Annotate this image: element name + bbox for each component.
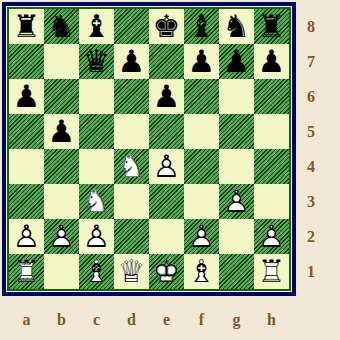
black-king[interactable]: ♚ <box>149 9 184 44</box>
square-e2[interactable] <box>149 219 184 254</box>
square-f5[interactable] <box>184 114 219 149</box>
square-c2[interactable]: ♟♙ <box>79 219 114 254</box>
square-a4[interactable] <box>9 149 44 184</box>
square-d1[interactable]: ♛♕ <box>114 254 149 289</box>
square-g8[interactable]: ♞ <box>219 9 254 44</box>
square-a6[interactable]: ♟ <box>9 79 44 114</box>
white-knight[interactable]: ♞♘ <box>79 184 114 219</box>
black-pawn-glyph: ♟ <box>184 44 219 79</box>
white-knight-outline-glyph: ♘ <box>79 184 114 219</box>
chess-board-grid: ♜♞♝♚♝♞♜♛♟♟♟♟♟♟♟♞♘♟♙♞♘♟♙♟♙♟♙♟♙♟♙♟♙♜♖♝♗♛♕♚… <box>9 9 289 289</box>
white-rook-outline-glyph: ♖ <box>254 254 289 289</box>
square-d8[interactable] <box>114 9 149 44</box>
black-pawn[interactable]: ♟ <box>184 44 219 79</box>
white-pawn-outline-glyph: ♙ <box>149 149 184 184</box>
rank-label-8: 8 <box>297 9 325 44</box>
square-c7[interactable]: ♛ <box>79 44 114 79</box>
board-frame-highlight-line: ♜♞♝♚♝♞♜♛♟♟♟♟♟♟♟♞♘♟♙♞♘♟♙♟♙♟♙♟♙♟♙♟♙♜♖♝♗♛♕♚… <box>6 6 292 292</box>
file-label-c: c <box>79 303 114 337</box>
square-c4[interactable] <box>79 149 114 184</box>
black-pawn[interactable]: ♟ <box>44 114 79 149</box>
square-d7[interactable]: ♟ <box>114 44 149 79</box>
white-pawn[interactable]: ♟♙ <box>149 149 184 184</box>
square-g5[interactable] <box>219 114 254 149</box>
chess-diagram-page: ♜♞♝♚♝♞♜♛♟♟♟♟♟♟♟♞♘♟♙♞♘♟♙♟♙♟♙♟♙♟♙♟♙♜♖♝♗♛♕♚… <box>0 0 340 340</box>
black-rook[interactable]: ♜ <box>254 9 289 44</box>
square-b3[interactable] <box>44 184 79 219</box>
square-a7[interactable] <box>9 44 44 79</box>
white-pawn-outline-glyph: ♙ <box>219 184 254 219</box>
square-a2[interactable]: ♟♙ <box>9 219 44 254</box>
black-pawn[interactable]: ♟ <box>9 79 44 114</box>
square-b8[interactable]: ♞ <box>44 9 79 44</box>
white-pawn-outline-glyph: ♙ <box>79 219 114 254</box>
white-king[interactable]: ♚♔ <box>149 254 184 289</box>
square-f7[interactable]: ♟ <box>184 44 219 79</box>
square-d4[interactable]: ♞♘ <box>114 149 149 184</box>
white-pawn[interactable]: ♟♙ <box>44 219 79 254</box>
square-b6[interactable] <box>44 79 79 114</box>
white-rook[interactable]: ♜♖ <box>254 254 289 289</box>
square-d2[interactable] <box>114 219 149 254</box>
black-knight[interactable]: ♞ <box>219 9 254 44</box>
square-c8[interactable]: ♝ <box>79 9 114 44</box>
square-e1[interactable]: ♚♔ <box>149 254 184 289</box>
rank-label-5: 5 <box>297 114 325 149</box>
white-queen-outline-glyph: ♕ <box>114 254 149 289</box>
white-queen[interactable]: ♛♕ <box>114 254 149 289</box>
rank-label-6: 6 <box>297 79 325 114</box>
black-pawn-glyph: ♟ <box>44 114 79 149</box>
square-h4[interactable] <box>254 149 289 184</box>
square-g2[interactable] <box>219 219 254 254</box>
white-bishop-outline-glyph: ♗ <box>184 254 219 289</box>
white-pawn[interactable]: ♟♙ <box>9 219 44 254</box>
black-queen-glyph: ♛ <box>79 44 114 79</box>
white-knight-outline-glyph: ♘ <box>114 149 149 184</box>
square-b1[interactable] <box>44 254 79 289</box>
black-pawn[interactable]: ♟ <box>114 44 149 79</box>
black-pawn-glyph: ♟ <box>149 79 184 114</box>
black-pawn-glyph: ♟ <box>114 44 149 79</box>
file-label-a: a <box>9 303 44 337</box>
square-h2[interactable]: ♟♙ <box>254 219 289 254</box>
square-a5[interactable] <box>9 114 44 149</box>
square-b5[interactable]: ♟ <box>44 114 79 149</box>
black-knight-glyph: ♞ <box>44 9 79 44</box>
white-bishop[interactable]: ♝♗ <box>184 254 219 289</box>
white-king-outline-glyph: ♔ <box>149 254 184 289</box>
square-a3[interactable] <box>9 184 44 219</box>
square-e4[interactable]: ♟♙ <box>149 149 184 184</box>
square-f4[interactable] <box>184 149 219 184</box>
square-c3[interactable]: ♞♘ <box>79 184 114 219</box>
board-outer-frame: ♜♞♝♚♝♞♜♛♟♟♟♟♟♟♟♞♘♟♙♞♘♟♙♟♙♟♙♟♙♟♙♟♙♜♖♝♗♛♕♚… <box>2 2 296 296</box>
square-e8[interactable]: ♚ <box>149 9 184 44</box>
white-rook[interactable]: ♜♖ <box>9 254 44 289</box>
square-b7[interactable] <box>44 44 79 79</box>
black-bishop-glyph: ♝ <box>79 9 114 44</box>
square-h5[interactable] <box>254 114 289 149</box>
black-knight[interactable]: ♞ <box>44 9 79 44</box>
square-e6[interactable]: ♟ <box>149 79 184 114</box>
square-f1[interactable]: ♝♗ <box>184 254 219 289</box>
black-bishop[interactable]: ♝ <box>79 9 114 44</box>
square-f2[interactable]: ♟♙ <box>184 219 219 254</box>
white-bishop-outline-glyph: ♗ <box>79 254 114 289</box>
file-label-h: h <box>254 303 289 337</box>
file-label-e: e <box>149 303 184 337</box>
square-b2[interactable]: ♟♙ <box>44 219 79 254</box>
black-rook-glyph: ♜ <box>254 9 289 44</box>
rank-label-3: 3 <box>297 184 325 219</box>
square-f8[interactable]: ♝ <box>184 9 219 44</box>
square-c1[interactable]: ♝♗ <box>79 254 114 289</box>
rank-label-7: 7 <box>297 44 325 79</box>
square-e7[interactable] <box>149 44 184 79</box>
square-b4[interactable] <box>44 149 79 184</box>
file-label-g: g <box>219 303 254 337</box>
white-knight[interactable]: ♞♘ <box>114 149 149 184</box>
black-pawn[interactable]: ♟ <box>149 79 184 114</box>
white-pawn[interactable]: ♟♙ <box>219 184 254 219</box>
file-labels: abcdefgh <box>9 303 289 337</box>
black-pawn-glyph: ♟ <box>219 44 254 79</box>
black-pawn[interactable]: ♟ <box>219 44 254 79</box>
square-d5[interactable] <box>114 114 149 149</box>
square-g3[interactable]: ♟♙ <box>219 184 254 219</box>
square-a1[interactable]: ♜♖ <box>9 254 44 289</box>
square-e3[interactable] <box>149 184 184 219</box>
white-pawn[interactable]: ♟♙ <box>254 219 289 254</box>
black-knight-glyph: ♞ <box>219 9 254 44</box>
black-king-glyph: ♚ <box>149 9 184 44</box>
rank-label-4: 4 <box>297 149 325 184</box>
square-h7[interactable]: ♟ <box>254 44 289 79</box>
white-pawn-outline-glyph: ♙ <box>254 219 289 254</box>
rank-label-2: 2 <box>297 219 325 254</box>
rank-label-1: 1 <box>297 254 325 289</box>
black-bishop-glyph: ♝ <box>184 9 219 44</box>
white-pawn-outline-glyph: ♙ <box>44 219 79 254</box>
white-pawn[interactable]: ♟♙ <box>184 219 219 254</box>
black-pawn-glyph: ♟ <box>9 79 44 114</box>
board-inner-frame: ♜♞♝♚♝♞♜♛♟♟♟♟♟♟♟♞♘♟♙♞♘♟♙♟♙♟♙♟♙♟♙♟♙♜♖♝♗♛♕♚… <box>7 7 291 291</box>
file-label-b: b <box>44 303 79 337</box>
square-c6[interactable] <box>79 79 114 114</box>
white-pawn[interactable]: ♟♙ <box>79 219 114 254</box>
square-h1[interactable]: ♜♖ <box>254 254 289 289</box>
square-f6[interactable] <box>184 79 219 114</box>
square-d6[interactable] <box>114 79 149 114</box>
black-queen[interactable]: ♛ <box>79 44 114 79</box>
black-pawn[interactable]: ♟ <box>254 44 289 79</box>
square-a8[interactable]: ♜ <box>9 9 44 44</box>
black-pawn-glyph: ♟ <box>254 44 289 79</box>
black-bishop[interactable]: ♝ <box>184 9 219 44</box>
square-e5[interactable] <box>149 114 184 149</box>
white-rook-outline-glyph: ♖ <box>9 254 44 289</box>
black-rook[interactable]: ♜ <box>9 9 44 44</box>
file-label-d: d <box>114 303 149 337</box>
file-label-f: f <box>184 303 219 337</box>
rank-labels: 87654321 <box>297 9 325 289</box>
square-d3[interactable] <box>114 184 149 219</box>
square-c5[interactable] <box>79 114 114 149</box>
black-rook-glyph: ♜ <box>9 9 44 44</box>
square-g1[interactable] <box>219 254 254 289</box>
square-h6[interactable] <box>254 79 289 114</box>
square-h3[interactable] <box>254 184 289 219</box>
square-f3[interactable] <box>184 184 219 219</box>
square-h8[interactable]: ♜ <box>254 9 289 44</box>
white-bishop[interactable]: ♝♗ <box>79 254 114 289</box>
white-pawn-outline-glyph: ♙ <box>184 219 219 254</box>
square-g7[interactable]: ♟ <box>219 44 254 79</box>
square-g4[interactable] <box>219 149 254 184</box>
white-pawn-outline-glyph: ♙ <box>9 219 44 254</box>
square-g6[interactable] <box>219 79 254 114</box>
